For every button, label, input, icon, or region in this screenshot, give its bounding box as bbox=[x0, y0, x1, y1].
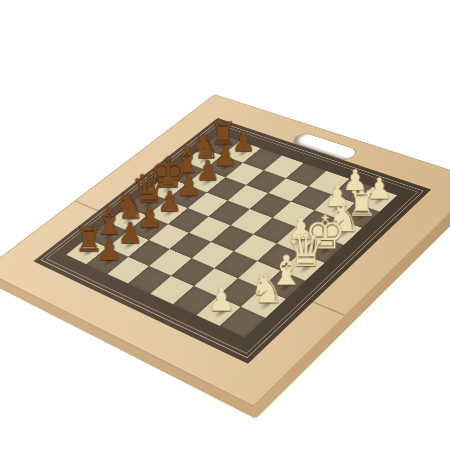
chess-set-photo: ♜♝♞♛♚♝♞♜♟♟♟♟♟♟♟♟♟♞♝♛♚♟♞♜♟♟♟ bbox=[0, 0, 450, 450]
wooden-tray: ♜♝♞♛♚♝♞♜♟♟♟♟♟♟♟♟♟♞♝♛♚♟♞♜♟♟♟ bbox=[0, 94, 450, 406]
chessboard-grid: ♜♝♞♛♚♝♞♜♟♟♟♟♟♟♟♟♟♞♝♛♚♟♞♜♟♟♟ bbox=[66, 134, 397, 338]
